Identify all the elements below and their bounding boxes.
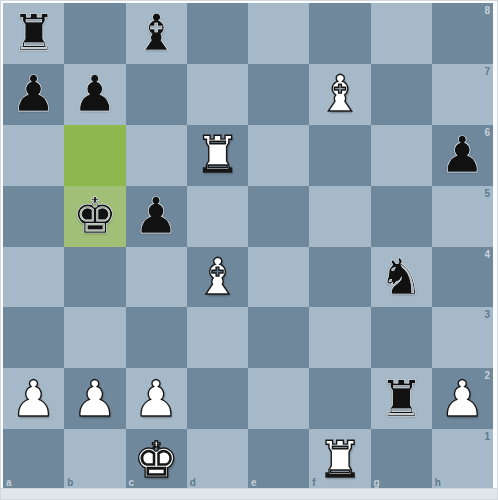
black-pawn[interactable]: ♟: [440, 130, 485, 180]
square-f8[interactable]: [309, 3, 370, 64]
white-bishop[interactable]: ♝: [317, 69, 362, 119]
white-pawn[interactable]: ♟: [134, 374, 179, 424]
square-e4[interactable]: [248, 247, 309, 308]
black-pawn[interactable]: ♟: [72, 69, 117, 119]
square-a7[interactable]: ♟: [3, 64, 64, 125]
file-label-d: d: [190, 478, 196, 488]
file-label-g: g: [374, 478, 380, 488]
square-f3[interactable]: [309, 307, 370, 368]
square-a3[interactable]: [3, 307, 64, 368]
square-e8[interactable]: [248, 3, 309, 64]
square-b6[interactable]: [64, 125, 125, 186]
square-f6[interactable]: [309, 125, 370, 186]
black-knight[interactable]: ♞: [379, 252, 424, 302]
square-f7[interactable]: ♝: [309, 64, 370, 125]
square-e7[interactable]: [248, 64, 309, 125]
black-rook[interactable]: ♜: [379, 374, 424, 424]
square-a8[interactable]: ♜: [3, 3, 64, 64]
square-c3[interactable]: [126, 307, 187, 368]
rank-label-1: 1: [484, 432, 490, 442]
square-a4[interactable]: [3, 247, 64, 308]
square-c7[interactable]: [126, 64, 187, 125]
frame-bottom-strip: [1, 488, 497, 499]
square-e5[interactable]: [248, 186, 309, 247]
square-f1[interactable]: f♜: [309, 429, 370, 490]
square-a5[interactable]: [3, 186, 64, 247]
square-c2[interactable]: ♟: [126, 368, 187, 429]
square-e1[interactable]: e: [248, 429, 309, 490]
square-g8[interactable]: [371, 3, 432, 64]
white-bishop[interactable]: ♝: [195, 252, 240, 302]
black-rook[interactable]: ♜: [11, 8, 56, 58]
square-e6[interactable]: [248, 125, 309, 186]
square-g6[interactable]: [371, 125, 432, 186]
square-h3[interactable]: 3: [432, 307, 493, 368]
square-b5[interactable]: ♚: [64, 186, 125, 247]
square-h7[interactable]: 7: [432, 64, 493, 125]
rank-label-3: 3: [484, 310, 490, 320]
square-b4[interactable]: [64, 247, 125, 308]
square-h8[interactable]: 8: [432, 3, 493, 64]
square-d1[interactable]: d: [187, 429, 248, 490]
square-c1[interactable]: c♚: [126, 429, 187, 490]
square-e2[interactable]: [248, 368, 309, 429]
square-d3[interactable]: [187, 307, 248, 368]
white-pawn[interactable]: ♟: [72, 374, 117, 424]
square-c4[interactable]: [126, 247, 187, 308]
square-e3[interactable]: [248, 307, 309, 368]
image-frame: ♜♝8♟♟♝7♜6♟♚♟5♝♞43♟♟♟♜2♟abc♚def♜g1h: [0, 0, 498, 500]
rank-label-7: 7: [484, 67, 490, 77]
rank-label-2: 2: [484, 371, 490, 381]
square-h6[interactable]: 6♟: [432, 125, 493, 186]
square-f2[interactable]: [309, 368, 370, 429]
square-h5[interactable]: 5: [432, 186, 493, 247]
black-pawn[interactable]: ♟: [11, 69, 56, 119]
square-b1[interactable]: b: [64, 429, 125, 490]
rank-label-6: 6: [484, 128, 490, 138]
square-a6[interactable]: [3, 125, 64, 186]
square-f5[interactable]: [309, 186, 370, 247]
white-pawn[interactable]: ♟: [440, 374, 485, 424]
chess-board: ♜♝8♟♟♝7♜6♟♚♟5♝♞43♟♟♟♜2♟abc♚def♜g1h: [3, 3, 493, 490]
file-label-e: e: [251, 478, 257, 488]
square-g2[interactable]: ♜: [371, 368, 432, 429]
square-b2[interactable]: ♟: [64, 368, 125, 429]
white-pawn[interactable]: ♟: [11, 374, 56, 424]
square-d5[interactable]: [187, 186, 248, 247]
square-b8[interactable]: [64, 3, 125, 64]
rank-label-4: 4: [484, 250, 490, 260]
white-king[interactable]: ♚: [134, 435, 179, 485]
rank-label-5: 5: [484, 189, 490, 199]
square-d6[interactable]: ♜: [187, 125, 248, 186]
file-label-a: a: [6, 478, 12, 488]
black-pawn[interactable]: ♟: [134, 191, 179, 241]
square-g3[interactable]: [371, 307, 432, 368]
square-g7[interactable]: [371, 64, 432, 125]
file-label-f: f: [312, 478, 315, 488]
black-king[interactable]: ♚: [72, 191, 117, 241]
rank-label-8: 8: [484, 6, 490, 16]
square-g5[interactable]: [371, 186, 432, 247]
square-g4[interactable]: ♞: [371, 247, 432, 308]
file-label-b: b: [67, 478, 73, 488]
square-h1[interactable]: 1h: [432, 429, 493, 490]
square-d8[interactable]: [187, 3, 248, 64]
square-d2[interactable]: [187, 368, 248, 429]
square-d4[interactable]: ♝: [187, 247, 248, 308]
file-label-h: h: [435, 478, 441, 488]
black-bishop[interactable]: ♝: [134, 8, 179, 58]
square-c8[interactable]: ♝: [126, 3, 187, 64]
square-b3[interactable]: [64, 307, 125, 368]
square-h4[interactable]: 4: [432, 247, 493, 308]
square-c6[interactable]: [126, 125, 187, 186]
square-d7[interactable]: [187, 64, 248, 125]
square-a2[interactable]: ♟: [3, 368, 64, 429]
white-rook[interactable]: ♜: [195, 130, 240, 180]
square-h2[interactable]: 2♟: [432, 368, 493, 429]
square-b7[interactable]: ♟: [64, 64, 125, 125]
white-rook[interactable]: ♜: [317, 435, 362, 485]
square-g1[interactable]: g: [371, 429, 432, 490]
square-c5[interactable]: ♟: [126, 186, 187, 247]
square-f4[interactable]: [309, 247, 370, 308]
square-a1[interactable]: a: [3, 429, 64, 490]
